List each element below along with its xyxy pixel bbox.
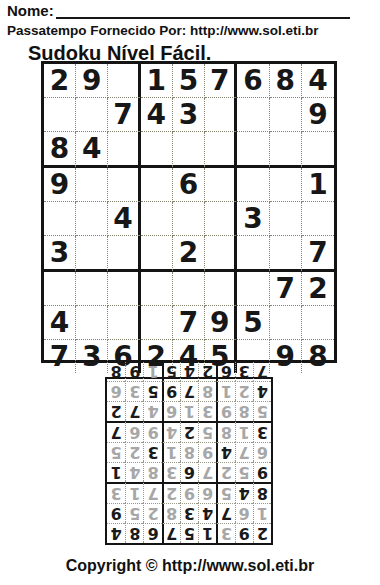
- solution-cell-r5c8: 2: [125, 442, 143, 462]
- sudoku-cell-r3c5: [173, 132, 205, 168]
- sudoku-cell-r3c6: [205, 132, 237, 168]
- sudoku-cell-r8c9: [302, 306, 334, 340]
- solution-cell-r7c7: 4: [143, 401, 161, 421]
- sudoku-cell-r6c5: 2: [173, 236, 205, 272]
- solution-cell-r3c4: 6: [198, 482, 216, 503]
- solution-cell-r7c3: 9: [216, 401, 234, 421]
- solution-cell-r1c7: 6: [143, 523, 161, 543]
- solution-cell-r8c9: 6: [107, 381, 125, 401]
- solution-cell-r2c3: 7: [216, 503, 234, 523]
- solution-cell-r9c3: 6: [216, 362, 234, 381]
- solution-cell-r8c2: 2: [235, 381, 253, 401]
- sudoku-cell-r5c5: [173, 202, 205, 236]
- sudoku-cell-r2c6: [205, 98, 237, 132]
- solution-cell-r6c8: 6: [125, 421, 143, 442]
- solution-cell-r6c1: 3: [253, 421, 271, 442]
- sudoku-cell-r4c8: [270, 168, 302, 202]
- sudoku-cell-r5c7: 3: [237, 202, 269, 236]
- solution-cell-r8c6: 9: [162, 381, 180, 401]
- sudoku-cell-r4c1: 9: [44, 168, 76, 202]
- solution-cell-r7c4: 3: [198, 401, 216, 421]
- solution-cell-r4c5: 6: [180, 462, 198, 482]
- name-label: Nome:: [7, 2, 54, 19]
- sudoku-cell-r3c9: [302, 132, 334, 168]
- solution-cell-r9c6: 5: [162, 362, 180, 381]
- sudoku-cell-r1c9: 4: [302, 64, 334, 98]
- solution-cell-r6c7: 9: [143, 421, 161, 442]
- solution-cell-r5c7: 3: [143, 442, 161, 462]
- sudoku-cell-r2c1: [44, 98, 76, 132]
- solution-cell-r6c6: 4: [162, 421, 180, 442]
- solution-cell-r2c7: 2: [143, 503, 161, 523]
- sudoku-cell-r5c2: [76, 202, 108, 236]
- solution-cell-r2c2: 6: [235, 503, 253, 523]
- sudoku-cell-r7c7: [237, 272, 269, 306]
- sudoku-cell-r8c6: 9: [205, 306, 237, 340]
- sudoku-cell-r9c1: 7: [44, 340, 76, 373]
- solution-cell-r3c2: 4: [235, 482, 253, 503]
- solution-cell-r3c1: 8: [253, 482, 271, 503]
- sudoku-cell-r6c2: [76, 236, 108, 272]
- sudoku-cell-r8c4: [141, 306, 173, 340]
- sudoku-cell-r5c9: [302, 202, 334, 236]
- solution-cell-r4c3: 2: [216, 462, 234, 482]
- sudoku-cell-r7c5: [173, 272, 205, 306]
- name-row: Nome:: [7, 2, 350, 19]
- solution-cell-r8c3: 1: [216, 381, 234, 401]
- sudoku-cell-r7c6: [205, 272, 237, 306]
- sudoku-cell-r1c7: 6: [237, 64, 269, 98]
- sudoku-cell-r4c3: [108, 168, 140, 202]
- sudoku-worksheet-page: Nome: Passatempo Fornecido Por: http://w…: [0, 0, 380, 585]
- solution-cell-r1c5: 5: [180, 523, 198, 543]
- sudoku-grid: 291576847439849614332772479573624598: [41, 61, 337, 363]
- solution-cell-r6c2: 1: [235, 421, 253, 442]
- sudoku-cell-r6c1: 3: [44, 236, 76, 272]
- solution-cell-r9c4: 2: [198, 362, 216, 381]
- sudoku-cell-r3c3: [108, 132, 140, 168]
- sudoku-cell-r3c4: [141, 132, 173, 168]
- solution-cell-r4c6: 3: [162, 462, 180, 482]
- solution-cell-r1c2: 9: [235, 523, 253, 543]
- solution-cell-r2c8: 5: [125, 503, 143, 523]
- sudoku-cell-r7c2: [76, 272, 108, 306]
- sudoku-cell-r2c7: [237, 98, 269, 132]
- sudoku-cell-r6c3: [108, 236, 140, 272]
- solution-cell-r7c9: 2: [107, 401, 125, 421]
- solution-cell-r3c9: 3: [107, 482, 125, 503]
- solution-cell-r6c4: 5: [198, 421, 216, 442]
- solution-cell-r9c7: 1: [143, 362, 161, 381]
- solution-cell-r5c1: 6: [253, 442, 271, 462]
- sudoku-cell-r2c4: 4: [141, 98, 173, 132]
- sudoku-cell-r3c7: [237, 132, 269, 168]
- solution-cell-r5c5: 8: [180, 442, 198, 462]
- solution-cell-r1c9: 4: [107, 523, 125, 543]
- sudoku-cell-r4c6: [205, 168, 237, 202]
- provider-line: Passatempo Fornecido Por: http://www.sol…: [7, 23, 350, 38]
- sudoku-cell-r3c2: 4: [76, 132, 108, 168]
- sudoku-cell-r2c5: 3: [173, 98, 205, 132]
- sudoku-cell-r3c1: 8: [44, 132, 76, 168]
- solution-cell-r3c7: 7: [143, 482, 161, 503]
- sudoku-cell-r7c1: [44, 272, 76, 306]
- sudoku-cell-r4c5: 6: [173, 168, 205, 202]
- sudoku-cell-r2c2: [76, 98, 108, 132]
- solution-cell-r5c3: 4: [216, 442, 234, 462]
- sudoku-cell-r1c3: [108, 64, 140, 98]
- solution-cell-r2c4: 4: [198, 503, 216, 523]
- solution-cell-r4c8: 4: [125, 462, 143, 482]
- solution-cell-r3c3: 5: [216, 482, 234, 503]
- solution-cell-r6c5: 2: [180, 421, 198, 442]
- solution-cell-r8c5: 7: [180, 381, 198, 401]
- solution-cell-r9c5: 4: [180, 362, 198, 381]
- sudoku-cell-r1c5: 5: [173, 64, 205, 98]
- solution-cell-r4c1: 9: [253, 462, 271, 482]
- sudoku-cell-r4c4: [141, 168, 173, 202]
- sudoku-cell-r6c4: [141, 236, 173, 272]
- solution-cell-r4c9: 1: [107, 462, 125, 482]
- sudoku-cell-r4c2: [76, 168, 108, 202]
- solution-cell-r8c7: 5: [143, 381, 161, 401]
- sudoku-cell-r2c9: 9: [302, 98, 334, 132]
- solution-cell-r9c2: 3: [235, 362, 253, 381]
- sudoku-cell-r5c4: [141, 202, 173, 236]
- solution-cell-r1c4: 1: [198, 523, 216, 543]
- solution-cell-r2c5: 3: [180, 503, 198, 523]
- sudoku-cell-r1c2: 9: [76, 64, 108, 98]
- solution-cell-r7c8: 7: [125, 401, 143, 421]
- solution-cell-r8c1: 4: [253, 381, 271, 401]
- solution-cell-r7c1: 5: [253, 401, 271, 421]
- sudoku-cell-r8c7: 5: [237, 306, 269, 340]
- solution-cell-r1c6: 7: [162, 523, 180, 543]
- solution-cell-r3c6: 2: [162, 482, 180, 503]
- solution-cell-r8c8: 3: [125, 381, 143, 401]
- solution-cell-r2c1: 1: [253, 503, 271, 523]
- sudoku-cell-r6c9: 7: [302, 236, 334, 272]
- solution-cell-r3c5: 9: [180, 482, 198, 503]
- sudoku-cell-r1c6: 7: [205, 64, 237, 98]
- sudoku-cell-r5c6: [205, 202, 237, 236]
- solution-cell-r2c9: 9: [107, 503, 125, 523]
- sudoku-cell-r1c1: 2: [44, 64, 76, 98]
- solution-cell-r1c3: 3: [216, 523, 234, 543]
- sudoku-cell-r9c2: 3: [76, 340, 108, 373]
- sudoku-cell-r5c1: [44, 202, 76, 236]
- solution-cell-r5c9: 5: [107, 442, 125, 462]
- sudoku-cell-r9c8: 9: [270, 340, 302, 373]
- sudoku-solution-grid-rotated: 2931576841674382598456927139527638416749…: [105, 377, 273, 545]
- sudoku-cell-r9c9: 8: [302, 340, 334, 373]
- solution-cell-r5c4: 9: [198, 442, 216, 462]
- sudoku-cell-r7c8: 7: [270, 272, 302, 306]
- sudoku-cell-r5c3: 4: [108, 202, 140, 236]
- sudoku-cell-r6c8: [270, 236, 302, 272]
- sudoku-cell-r4c9: 1: [302, 168, 334, 202]
- copyright-line: Copyright © http://www.sol.eti.br: [0, 557, 380, 575]
- solution-cell-r4c7: 8: [143, 462, 161, 482]
- sudoku-cell-r8c3: [108, 306, 140, 340]
- solution-cell-r4c4: 7: [198, 462, 216, 482]
- sudoku-cell-r4c7: [237, 168, 269, 202]
- sudoku-cell-r8c1: 4: [44, 306, 76, 340]
- solution-cell-r9c1: 7: [253, 362, 271, 381]
- solution-cell-r3c8: 1: [125, 482, 143, 503]
- solution-cell-r5c2: 7: [235, 442, 253, 462]
- sudoku-cell-r7c4: [141, 272, 173, 306]
- worksheet-header: Nome: Passatempo Fornecido Por: http://w…: [7, 2, 350, 65]
- sudoku-cell-r2c3: 7: [108, 98, 140, 132]
- sudoku-cell-r8c5: 7: [173, 306, 205, 340]
- solution-cell-r7c2: 8: [235, 401, 253, 421]
- sudoku-cell-r3c8: [270, 132, 302, 168]
- sudoku-cell-r6c7: [237, 236, 269, 272]
- sudoku-cell-r7c3: [108, 272, 140, 306]
- solution-cell-r9c8: 9: [125, 362, 143, 381]
- solution-cell-r7c6: 6: [162, 401, 180, 421]
- solution-cell-r1c8: 8: [125, 523, 143, 543]
- solution-cell-r4c2: 5: [235, 462, 253, 482]
- sudoku-cell-r1c8: 8: [270, 64, 302, 98]
- name-blank-line: [56, 4, 350, 19]
- solution-cell-r8c4: 8: [198, 381, 216, 401]
- solution-cell-r6c3: 8: [216, 421, 234, 442]
- sudoku-cell-r1c4: 1: [141, 64, 173, 98]
- solution-cell-r7c5: 1: [180, 401, 198, 421]
- sudoku-cell-r7c9: 2: [302, 272, 334, 306]
- sudoku-cell-r2c8: [270, 98, 302, 132]
- sudoku-cell-r5c8: [270, 202, 302, 236]
- solution-cell-r1c1: 2: [253, 523, 271, 543]
- solution-cell-r2c6: 8: [162, 503, 180, 523]
- sudoku-cell-r6c6: [205, 236, 237, 272]
- solution-cell-r9c9: 8: [107, 362, 125, 381]
- sudoku-cell-r8c2: [76, 306, 108, 340]
- solution-cell-r6c9: 7: [107, 421, 125, 442]
- solution-cell-r5c6: 1: [162, 442, 180, 462]
- sudoku-cell-r8c8: [270, 306, 302, 340]
